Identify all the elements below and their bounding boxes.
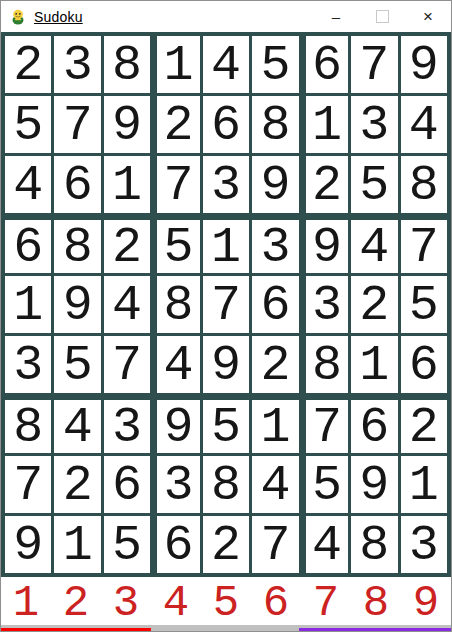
sudoku-cell-r7c1[interactable]: 8 [5, 396, 51, 453]
sudoku-cell-r9c2[interactable]: 1 [54, 516, 100, 573]
sudoku-cell-r6c2[interactable]: 5 [54, 336, 100, 393]
sudoku-cell-r9c6[interactable]: 7 [252, 516, 298, 573]
palette-digit-3[interactable]: 3 [101, 577, 151, 625]
sudoku-cell-r5c7[interactable]: 3 [302, 276, 348, 333]
timer-display: 07:41 [151, 625, 299, 632]
palette-digit-2[interactable]: 2 [51, 577, 101, 625]
palette-digit-1[interactable]: 1 [1, 577, 51, 625]
palette-digit-6[interactable]: 6 [251, 577, 301, 625]
sudoku-cell-r3c4[interactable]: 7 [153, 156, 199, 213]
sudoku-cell-r4c4[interactable]: 5 [153, 216, 199, 273]
sudoku-cell-r9c5[interactable]: 2 [203, 516, 249, 573]
sudoku-cell-r1c1[interactable]: 2 [5, 36, 51, 93]
sudoku-cell-r8c4[interactable]: 3 [153, 456, 199, 513]
sudoku-cell-r5c4[interactable]: 8 [153, 276, 199, 333]
sudoku-cell-r6c3[interactable]: 7 [104, 336, 150, 393]
sudoku-cell-r8c1[interactable]: 7 [5, 456, 51, 513]
sudoku-cell-r4c3[interactable]: 2 [104, 216, 150, 273]
sudoku-cell-r7c2[interactable]: 4 [54, 396, 100, 453]
sudoku-cell-r4c6[interactable]: 3 [252, 216, 298, 273]
sudoku-cell-r1c7[interactable]: 6 [302, 36, 348, 93]
sudoku-cell-r1c3[interactable]: 8 [104, 36, 150, 93]
sudoku-cell-r6c9[interactable]: 6 [401, 336, 447, 393]
sudoku-cell-r5c9[interactable]: 5 [401, 276, 447, 333]
sudoku-cell-r2c2[interactable]: 7 [54, 96, 100, 153]
sudoku-cell-r8c2[interactable]: 2 [54, 456, 100, 513]
number-palette: 123456789 [1, 577, 451, 625]
sudoku-cell-r4c5[interactable]: 1 [203, 216, 249, 273]
sudoku-cell-r4c8[interactable]: 4 [351, 216, 397, 273]
sudoku-cell-r9c3[interactable]: 5 [104, 516, 150, 573]
sudoku-cell-r3c7[interactable]: 2 [302, 156, 348, 213]
window-controls: – × [313, 1, 451, 32]
sudoku-cell-r8c5[interactable]: 8 [203, 456, 249, 513]
palette-digit-9[interactable]: 9 [401, 577, 451, 625]
toolbar: Delete 07:41 Guess: Off [1, 625, 451, 632]
title-bar[interactable]: Sudoku – × [1, 1, 451, 32]
sudoku-cell-r3c5[interactable]: 3 [203, 156, 249, 213]
sudoku-cell-r2c8[interactable]: 3 [351, 96, 397, 153]
sudoku-cell-r1c9[interactable]: 9 [401, 36, 447, 93]
sudoku-cell-r5c5[interactable]: 7 [203, 276, 249, 333]
sudoku-cell-r7c4[interactable]: 9 [153, 396, 199, 453]
sudoku-cell-r5c6[interactable]: 6 [252, 276, 298, 333]
sudoku-cell-r5c8[interactable]: 2 [351, 276, 397, 333]
sudoku-cell-r6c5[interactable]: 9 [203, 336, 249, 393]
sudoku-cell-r7c6[interactable]: 1 [252, 396, 298, 453]
sudoku-cell-r7c8[interactable]: 6 [351, 396, 397, 453]
guess-toggle-button[interactable]: Guess: Off [299, 628, 451, 632]
sudoku-cell-r3c1[interactable]: 4 [5, 156, 51, 213]
sudoku-cell-r4c2[interactable]: 8 [54, 216, 100, 273]
sudoku-board: 2381456795792681344617392586825139471948… [1, 32, 451, 577]
sudoku-cell-r1c4[interactable]: 1 [153, 36, 199, 93]
sudoku-cell-r8c8[interactable]: 9 [351, 456, 397, 513]
sudoku-cell-r9c4[interactable]: 6 [153, 516, 199, 573]
sudoku-cell-r5c3[interactable]: 4 [104, 276, 150, 333]
sudoku-cell-r1c5[interactable]: 4 [203, 36, 249, 93]
sudoku-cell-r2c6[interactable]: 8 [252, 96, 298, 153]
sudoku-cell-r4c9[interactable]: 7 [401, 216, 447, 273]
sudoku-cell-r3c3[interactable]: 1 [104, 156, 150, 213]
sudoku-cell-r9c1[interactable]: 9 [5, 516, 51, 573]
sudoku-cell-r2c4[interactable]: 2 [153, 96, 199, 153]
sudoku-cell-r7c5[interactable]: 5 [203, 396, 249, 453]
sudoku-cell-r6c4[interactable]: 4 [153, 336, 199, 393]
sudoku-cell-r6c6[interactable]: 2 [252, 336, 298, 393]
sudoku-cell-r4c1[interactable]: 6 [5, 216, 51, 273]
window-title: Sudoku [34, 9, 83, 25]
close-button[interactable]: × [405, 1, 451, 32]
sudoku-cell-r1c6[interactable]: 5 [252, 36, 298, 93]
maximize-icon [376, 10, 389, 23]
sudoku-cell-r9c7[interactable]: 4 [302, 516, 348, 573]
sudoku-cell-r1c8[interactable]: 7 [351, 36, 397, 93]
delete-button[interactable]: Delete [1, 628, 151, 632]
sudoku-cell-r7c7[interactable]: 7 [302, 396, 348, 453]
app-icon [10, 9, 26, 25]
sudoku-cell-r8c6[interactable]: 4 [252, 456, 298, 513]
sudoku-cell-r9c9[interactable]: 3 [401, 516, 447, 573]
palette-digit-4[interactable]: 4 [151, 577, 201, 625]
sudoku-cell-r5c1[interactable]: 1 [5, 276, 51, 333]
palette-digit-5[interactable]: 5 [201, 577, 251, 625]
sudoku-cell-r7c3[interactable]: 3 [104, 396, 150, 453]
sudoku-cell-r8c9[interactable]: 1 [401, 456, 447, 513]
sudoku-window: Sudoku – × 23814567957926813446173925868… [0, 0, 452, 632]
sudoku-cell-r6c8[interactable]: 1 [351, 336, 397, 393]
sudoku-cell-r6c1[interactable]: 3 [5, 336, 51, 393]
sudoku-cell-r2c5[interactable]: 6 [203, 96, 249, 153]
sudoku-cell-r6c7[interactable]: 8 [302, 336, 348, 393]
sudoku-cell-r4c7[interactable]: 9 [302, 216, 348, 273]
sudoku-cell-r7c9[interactable]: 2 [401, 396, 447, 453]
sudoku-cell-r8c3[interactable]: 6 [104, 456, 150, 513]
sudoku-cell-r2c7[interactable]: 1 [302, 96, 348, 153]
sudoku-cell-r3c9[interactable]: 8 [401, 156, 447, 213]
palette-digit-8[interactable]: 8 [351, 577, 401, 625]
sudoku-cell-r5c2[interactable]: 9 [54, 276, 100, 333]
sudoku-cell-r2c1[interactable]: 5 [5, 96, 51, 153]
sudoku-cell-r1c2[interactable]: 3 [54, 36, 100, 93]
sudoku-cell-r2c9[interactable]: 4 [401, 96, 447, 153]
sudoku-cell-r3c6[interactable]: 9 [252, 156, 298, 213]
sudoku-cell-r8c7[interactable]: 5 [302, 456, 348, 513]
maximize-button[interactable] [359, 1, 405, 32]
sudoku-cell-r2c3[interactable]: 9 [104, 96, 150, 153]
sudoku-cell-r3c8[interactable]: 5 [351, 156, 397, 213]
sudoku-cell-r9c8[interactable]: 8 [351, 516, 397, 573]
palette-digit-7[interactable]: 7 [301, 577, 351, 625]
minimize-button[interactable]: – [313, 1, 359, 32]
sudoku-cell-r3c2[interactable]: 6 [54, 156, 100, 213]
